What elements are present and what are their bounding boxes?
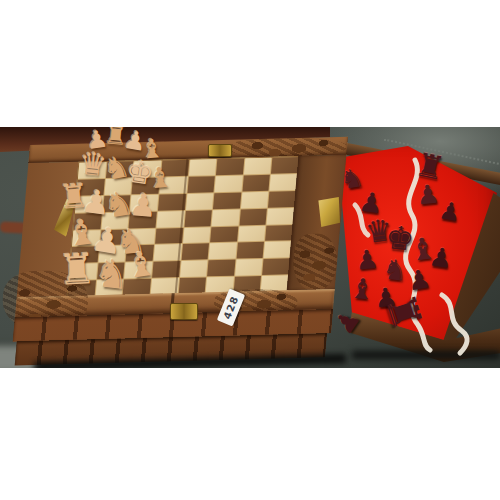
board-square — [207, 260, 235, 277]
board-square — [216, 158, 244, 175]
board-square — [238, 225, 266, 242]
board-square — [242, 175, 270, 192]
chess-piece-light: ♜ — [57, 248, 97, 292]
board-square — [264, 242, 292, 259]
brass-hinge-icon — [208, 144, 232, 157]
chess-piece-red: ♟ — [415, 181, 441, 209]
board-square — [265, 225, 293, 242]
chess-piece-red: ♟ — [437, 198, 462, 225]
board-square — [239, 208, 267, 225]
board-square — [271, 157, 299, 174]
auction-photo: ♟♜♟♝♛♞♚♝♜♟♞♟♝♟♞♜♞♝ ♜♞♟♟♟♛♚♝♟♟♞♟♝♟♜♟ 428 — [0, 0, 500, 500]
chess-piece-red: ♝ — [348, 275, 375, 305]
chess-piece-red: ♟ — [354, 246, 379, 274]
board-square — [244, 158, 272, 175]
board-square — [262, 258, 290, 275]
board-square — [235, 259, 263, 276]
board-square — [268, 191, 296, 208]
chess-piece-light: ♝ — [124, 245, 159, 283]
board-square — [209, 243, 237, 260]
board-square — [213, 192, 241, 209]
chess-piece-light: ♟ — [128, 189, 158, 222]
chess-piece-red: ♟ — [427, 243, 454, 272]
photo-area: ♟♜♟♝♛♞♚♝♜♟♞♟♝♟♞♜♞♝ ♜♞♟♟♟♛♚♝♟♟♞♟♝♟♜♟ 428 — [0, 127, 500, 368]
board-square — [180, 261, 208, 278]
brass-hinge-icon — [170, 303, 198, 320]
board-square — [212, 209, 240, 226]
board-square — [210, 226, 238, 243]
board-square — [185, 193, 213, 210]
board-square — [181, 244, 209, 261]
board-square — [184, 210, 212, 227]
board-square — [183, 227, 211, 244]
board-square — [188, 159, 216, 176]
board-square — [236, 242, 264, 259]
board-square — [241, 191, 269, 208]
board-square — [267, 208, 295, 225]
board-square — [215, 175, 243, 192]
board-square — [270, 174, 298, 191]
board-square — [187, 176, 215, 193]
